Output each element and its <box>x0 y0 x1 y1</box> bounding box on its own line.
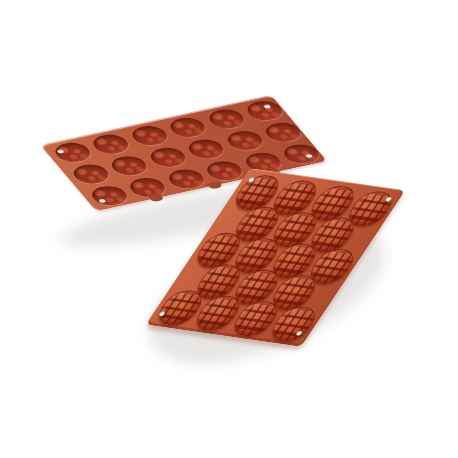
waffle-cavity <box>163 167 209 191</box>
waffle-cavity <box>242 98 288 122</box>
waffle-cavity <box>68 162 114 186</box>
waffle-cavity <box>183 137 229 161</box>
waffle-cavity <box>222 128 268 152</box>
waffle-cavity <box>88 132 134 156</box>
waffle-cavity <box>278 142 324 166</box>
waffle-cavity <box>202 158 248 182</box>
waffle-cavity <box>145 145 191 169</box>
waffle-cavity <box>260 120 306 144</box>
waffle-cavity <box>106 153 152 177</box>
waffle-cavity <box>127 123 173 147</box>
waffle-cavity <box>203 107 249 131</box>
waffle-cavity <box>50 140 96 164</box>
mold-foot <box>207 182 223 190</box>
product-photo: Two terracotta silicone mini waffle moul… <box>0 0 458 458</box>
waffle-cavity <box>86 183 132 207</box>
waffle-cavity <box>165 115 211 139</box>
